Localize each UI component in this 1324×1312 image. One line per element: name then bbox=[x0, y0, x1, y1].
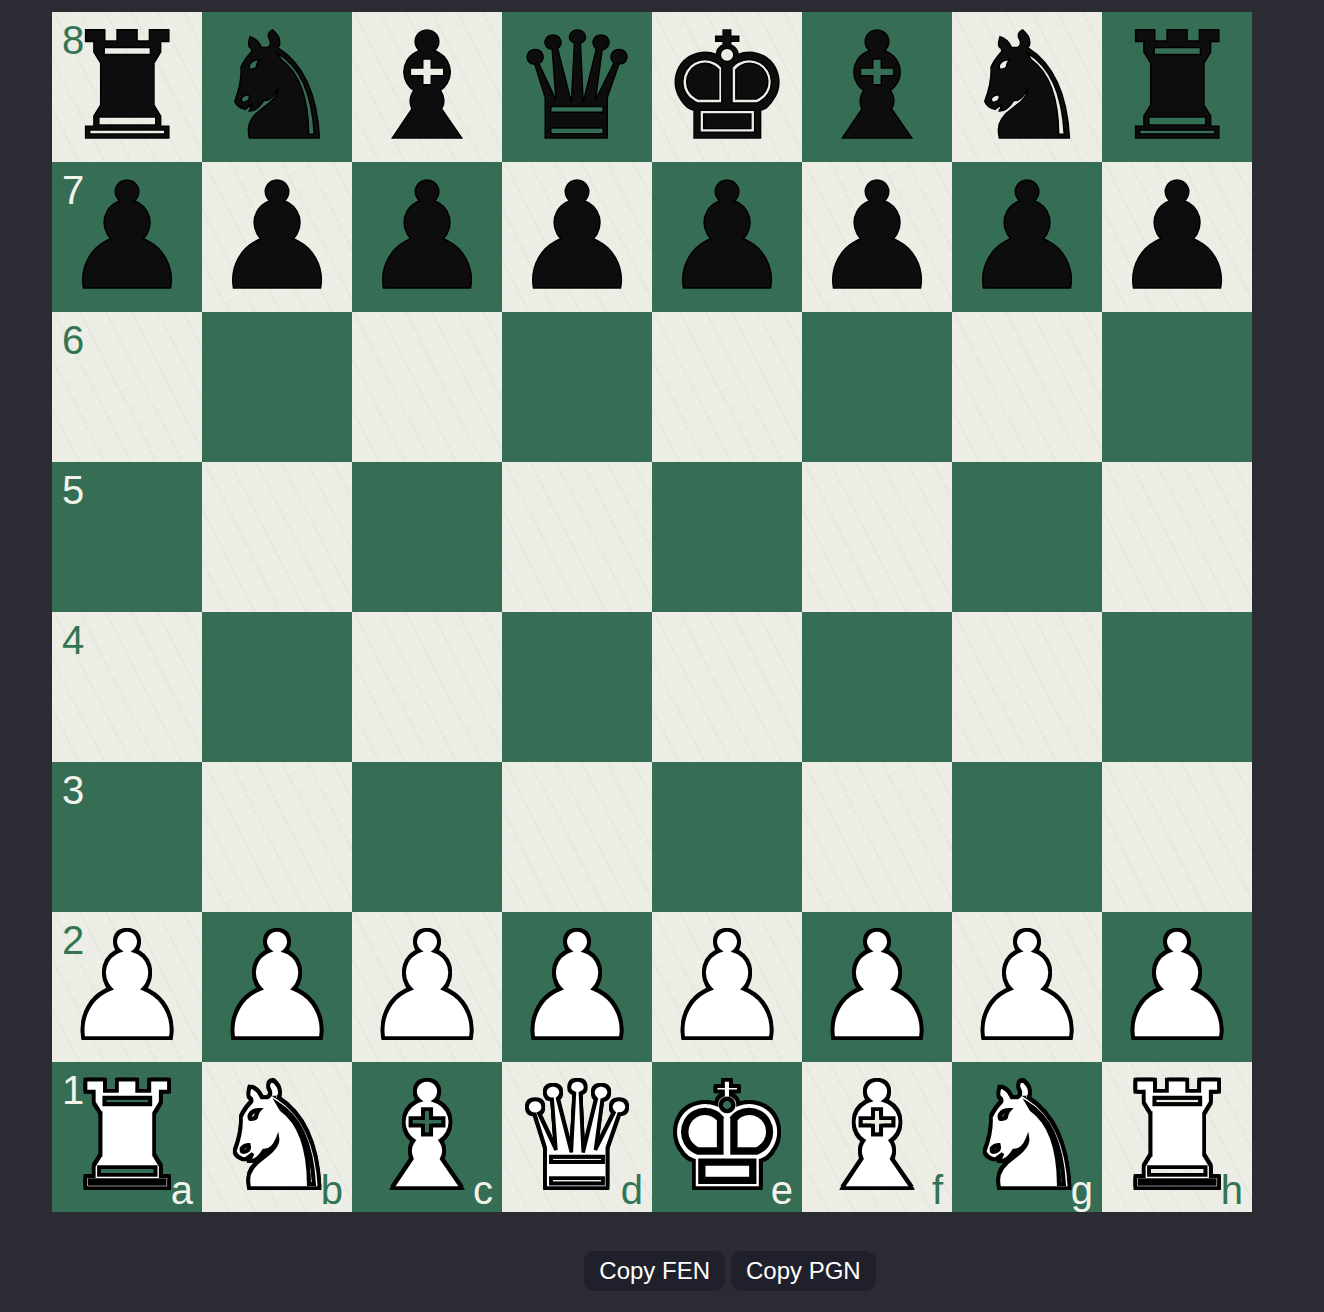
square-e8[interactable]: ♚ bbox=[652, 12, 802, 162]
square-g3[interactable] bbox=[952, 762, 1102, 912]
square-c7[interactable]: ♟ bbox=[352, 162, 502, 312]
piece-black-pawn[interactable]: ♟ bbox=[652, 162, 802, 312]
square-g8[interactable]: ♞ bbox=[952, 12, 1102, 162]
square-c8[interactable]: ♝ bbox=[352, 12, 502, 162]
copy-pgn-button[interactable]: Copy PGN bbox=[731, 1251, 876, 1291]
rank-label-6: 6 bbox=[62, 320, 84, 360]
piece-black-king[interactable]: ♚ bbox=[652, 12, 802, 162]
square-d7[interactable]: ♟ bbox=[502, 162, 652, 312]
square-f3[interactable] bbox=[802, 762, 952, 912]
square-e3[interactable] bbox=[652, 762, 802, 912]
square-f1[interactable]: f♝ bbox=[802, 1062, 952, 1212]
file-label-b: b bbox=[321, 1170, 343, 1210]
square-e1[interactable]: e♚ bbox=[652, 1062, 802, 1212]
square-c5[interactable] bbox=[352, 462, 502, 612]
square-a7[interactable]: 7♟ bbox=[52, 162, 202, 312]
square-e7[interactable]: ♟ bbox=[652, 162, 802, 312]
file-label-a: a bbox=[171, 1170, 193, 1210]
square-g7[interactable]: ♟ bbox=[952, 162, 1102, 312]
piece-black-bishop[interactable]: ♝ bbox=[352, 12, 502, 162]
square-e2[interactable]: ♟ bbox=[652, 912, 802, 1062]
square-c4[interactable] bbox=[352, 612, 502, 762]
piece-black-pawn[interactable]: ♟ bbox=[1102, 162, 1252, 312]
square-h4[interactable] bbox=[1102, 612, 1252, 762]
square-e6[interactable] bbox=[652, 312, 802, 462]
square-f7[interactable]: ♟ bbox=[802, 162, 952, 312]
piece-white-pawn[interactable]: ♟ bbox=[352, 912, 502, 1062]
piece-white-pawn[interactable]: ♟ bbox=[1102, 912, 1252, 1062]
square-a5[interactable]: 5 bbox=[52, 462, 202, 612]
file-label-f: f bbox=[932, 1170, 943, 1210]
piece-black-knight[interactable]: ♞ bbox=[202, 12, 352, 162]
square-d6[interactable] bbox=[502, 312, 652, 462]
square-a3[interactable]: 3 bbox=[52, 762, 202, 912]
file-label-d: d bbox=[621, 1170, 643, 1210]
square-b3[interactable] bbox=[202, 762, 352, 912]
square-a2[interactable]: 2♟ bbox=[52, 912, 202, 1062]
rank-label-1: 1 bbox=[62, 1070, 84, 1110]
rank-label-8: 8 bbox=[62, 20, 84, 60]
square-b5[interactable] bbox=[202, 462, 352, 612]
piece-white-pawn[interactable]: ♟ bbox=[502, 912, 652, 1062]
square-c3[interactable] bbox=[352, 762, 502, 912]
square-f2[interactable]: ♟ bbox=[802, 912, 952, 1062]
piece-black-pawn[interactable]: ♟ bbox=[502, 162, 652, 312]
piece-black-pawn[interactable]: ♟ bbox=[802, 162, 952, 312]
piece-black-knight[interactable]: ♞ bbox=[952, 12, 1102, 162]
file-label-g: g bbox=[1071, 1170, 1093, 1210]
piece-white-pawn[interactable]: ♟ bbox=[952, 912, 1102, 1062]
square-f5[interactable] bbox=[802, 462, 952, 612]
rank-label-7: 7 bbox=[62, 170, 84, 210]
square-h2[interactable]: ♟ bbox=[1102, 912, 1252, 1062]
square-b8[interactable]: ♞ bbox=[202, 12, 352, 162]
square-c2[interactable]: ♟ bbox=[352, 912, 502, 1062]
square-g5[interactable] bbox=[952, 462, 1102, 612]
square-h5[interactable] bbox=[1102, 462, 1252, 612]
square-e5[interactable] bbox=[652, 462, 802, 612]
square-h8[interactable]: ♜ bbox=[1102, 12, 1252, 162]
square-a4[interactable]: 4 bbox=[52, 612, 202, 762]
square-a8[interactable]: 8♜ bbox=[52, 12, 202, 162]
file-label-e: e bbox=[771, 1170, 793, 1210]
rank-label-3: 3 bbox=[62, 770, 84, 810]
square-d4[interactable] bbox=[502, 612, 652, 762]
file-label-c: c bbox=[473, 1170, 493, 1210]
piece-white-pawn[interactable]: ♟ bbox=[802, 912, 952, 1062]
square-b6[interactable] bbox=[202, 312, 352, 462]
square-g1[interactable]: g♞ bbox=[952, 1062, 1102, 1212]
square-f4[interactable] bbox=[802, 612, 952, 762]
rank-label-2: 2 bbox=[62, 920, 84, 960]
square-g2[interactable]: ♟ bbox=[952, 912, 1102, 1062]
square-f8[interactable]: ♝ bbox=[802, 12, 952, 162]
rank-label-5: 5 bbox=[62, 470, 84, 510]
piece-white-pawn[interactable]: ♟ bbox=[652, 912, 802, 1062]
square-c1[interactable]: c♝ bbox=[352, 1062, 502, 1212]
piece-black-pawn[interactable]: ♟ bbox=[352, 162, 502, 312]
toolbar: Copy FEN Copy PGN bbox=[68, 1251, 1324, 1291]
square-d3[interactable] bbox=[502, 762, 652, 912]
square-d1[interactable]: d♛ bbox=[502, 1062, 652, 1212]
piece-white-bishop[interactable]: ♝ bbox=[802, 1062, 952, 1212]
square-d5[interactable] bbox=[502, 462, 652, 612]
square-d8[interactable]: ♛ bbox=[502, 12, 652, 162]
piece-black-queen[interactable]: ♛ bbox=[502, 12, 652, 162]
square-a1[interactable]: 1a♜ bbox=[52, 1062, 202, 1212]
square-b1[interactable]: b♞ bbox=[202, 1062, 352, 1212]
square-c6[interactable] bbox=[352, 312, 502, 462]
square-h1[interactable]: h♜ bbox=[1102, 1062, 1252, 1212]
square-g4[interactable] bbox=[952, 612, 1102, 762]
file-label-h: h bbox=[1221, 1170, 1243, 1210]
chess-board: 8♜♞♝♛♚♝♞♜7♟♟♟♟♟♟♟♟65432♟♟♟♟♟♟♟♟1a♜b♞c♝d♛… bbox=[52, 12, 1252, 1212]
square-b4[interactable] bbox=[202, 612, 352, 762]
square-d2[interactable]: ♟ bbox=[502, 912, 652, 1062]
copy-fen-button[interactable]: Copy FEN bbox=[584, 1251, 725, 1291]
square-g6[interactable] bbox=[952, 312, 1102, 462]
square-h6[interactable] bbox=[1102, 312, 1252, 462]
rank-label-4: 4 bbox=[62, 620, 84, 660]
piece-black-rook[interactable]: ♜ bbox=[1102, 12, 1252, 162]
piece-black-bishop[interactable]: ♝ bbox=[802, 12, 952, 162]
square-f6[interactable] bbox=[802, 312, 952, 462]
square-h7[interactable]: ♟ bbox=[1102, 162, 1252, 312]
square-b2[interactable]: ♟ bbox=[202, 912, 352, 1062]
square-b7[interactable]: ♟ bbox=[202, 162, 352, 312]
square-a6[interactable]: 6 bbox=[52, 312, 202, 462]
piece-black-pawn[interactable]: ♟ bbox=[952, 162, 1102, 312]
square-e4[interactable] bbox=[652, 612, 802, 762]
piece-white-pawn[interactable]: ♟ bbox=[202, 912, 352, 1062]
square-h3[interactable] bbox=[1102, 762, 1252, 912]
piece-black-pawn[interactable]: ♟ bbox=[202, 162, 352, 312]
